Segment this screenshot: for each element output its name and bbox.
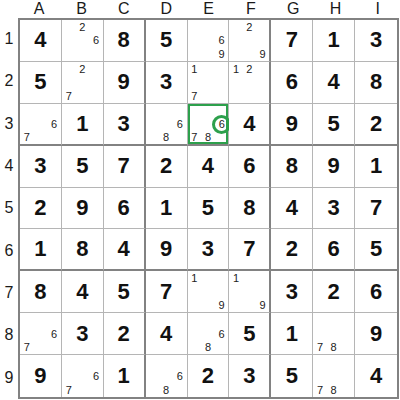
candidate-8: 8	[159, 130, 173, 143]
column-label-I: I	[357, 0, 399, 18]
cell-B1[interactable]: 26	[62, 20, 104, 62]
cell-E4[interactable]: 4	[188, 146, 230, 188]
column-label-C: C	[103, 0, 145, 18]
cell-C2[interactable]: 9	[104, 62, 146, 104]
cell-value-I3: 2	[355, 104, 397, 144]
cell-C7[interactable]: 5	[104, 271, 146, 313]
cell-G5[interactable]: 4	[271, 188, 313, 230]
candidate-6: 6	[47, 117, 61, 130]
cell-D6[interactable]: 9	[146, 229, 188, 271]
cell-value-C2: 9	[104, 62, 144, 103]
column-label-F: F	[230, 0, 272, 18]
candidate-6: 6	[89, 369, 103, 383]
candidate-8: 8	[201, 340, 215, 354]
cell-value-A7: 8	[20, 271, 61, 312]
cell-value-G7: 3	[271, 271, 312, 312]
cell-F6[interactable]: 7	[229, 229, 271, 271]
cell-value-H2: 4	[313, 62, 354, 103]
cell-B7[interactable]: 4	[62, 271, 104, 313]
cell-D4[interactable]: 2	[146, 146, 188, 188]
candidate-2: 2	[243, 20, 256, 34]
cell-F4[interactable]: 6	[229, 146, 271, 188]
cell-H2[interactable]: 4	[313, 62, 355, 104]
cell-D7[interactable]: 7	[146, 271, 188, 313]
cell-A4[interactable]: 3	[20, 146, 62, 188]
cell-I6[interactable]: 5	[355, 229, 397, 271]
cell-value-G2: 6	[271, 62, 312, 103]
cell-D3[interactable]: 68	[146, 104, 188, 146]
cell-I3[interactable]: 2	[355, 104, 397, 146]
cell-C1[interactable]: 8	[104, 20, 146, 62]
cell-value-C3: 3	[104, 104, 144, 144]
row-label-6: 6	[0, 230, 18, 272]
row-label-4: 4	[0, 145, 18, 187]
cell-A5[interactable]: 2	[20, 188, 62, 230]
cell-value-G8: 1	[271, 313, 312, 354]
cell-A3[interactable]: 67	[20, 104, 62, 146]
cell-value-F5: 8	[229, 188, 269, 229]
cell-value-C7: 5	[104, 271, 144, 312]
cell-value-E9: 2	[188, 355, 229, 397]
candidate-1: 1	[229, 62, 242, 76]
column-label-A: A	[18, 0, 60, 18]
cell-value-G5: 4	[271, 188, 312, 229]
cell-D9[interactable]: 68	[146, 355, 188, 397]
cell-value-A5: 2	[20, 188, 61, 229]
cell-value-E4: 4	[188, 146, 229, 187]
cell-value-I9: 4	[355, 355, 397, 397]
cell-D2[interactable]: 3	[146, 62, 188, 104]
candidate-7: 7	[20, 130, 34, 143]
cell-value-C1: 8	[104, 20, 144, 61]
cell-value-G9: 5	[271, 355, 312, 397]
cell-H7[interactable]: 2	[313, 271, 355, 313]
cell-G9[interactable]: 5	[271, 355, 313, 397]
cell-value-D8: 4	[146, 313, 187, 354]
candidate-8: 8	[327, 383, 341, 397]
cell-value-A6: 1	[20, 229, 61, 269]
cell-G8[interactable]: 1	[271, 313, 313, 355]
cell-H8[interactable]: 78	[313, 313, 355, 355]
cell-value-G6: 2	[271, 229, 312, 269]
cell-B4[interactable]: 5	[62, 146, 104, 188]
cell-B6[interactable]: 8	[62, 229, 104, 271]
cell-value-C6: 4	[104, 229, 144, 269]
cell-value-I8: 9	[355, 313, 397, 354]
cell-value-H6: 6	[313, 229, 354, 269]
cell-C3[interactable]: 3	[104, 104, 146, 146]
cell-H5[interactable]: 3	[313, 188, 355, 230]
candidate-7: 7	[313, 340, 327, 354]
cell-G2[interactable]: 6	[271, 62, 313, 104]
candidate-1: 1	[188, 62, 202, 76]
cell-value-D4: 2	[146, 146, 187, 187]
cell-value-F4: 6	[229, 146, 269, 187]
candidate-7: 7	[20, 340, 34, 354]
cell-value-G4: 8	[271, 146, 312, 187]
cell-value-B4: 5	[62, 146, 103, 187]
cell-A8[interactable]: 67	[20, 313, 62, 355]
column-label-B: B	[60, 0, 102, 18]
cell-value-H1: 1	[313, 20, 354, 61]
row-label-9: 9	[0, 357, 18, 399]
cell-F2[interactable]: 12	[229, 62, 271, 104]
sudoku-board: 4268569297135279317126486713686784952357…	[18, 18, 399, 399]
cell-H1[interactable]: 1	[313, 20, 355, 62]
cell-value-F9: 3	[229, 355, 269, 397]
candidate-7: 7	[188, 130, 202, 143]
candidate-6: 6	[215, 34, 229, 48]
cell-I8[interactable]: 9	[355, 313, 397, 355]
cell-H6[interactable]: 6	[313, 229, 355, 271]
cell-value-F8: 5	[229, 313, 269, 354]
cell-I2[interactable]: 8	[355, 62, 397, 104]
cell-G4[interactable]: 8	[271, 146, 313, 188]
cell-I7[interactable]: 6	[355, 271, 397, 313]
candidate-2: 2	[76, 62, 90, 76]
column-label-D: D	[145, 0, 187, 18]
row-label-5: 5	[0, 187, 18, 229]
row-labels: 123456789	[0, 18, 18, 399]
candidate-2: 2	[76, 20, 90, 34]
cell-value-A2: 5	[20, 62, 61, 103]
column-label-G: G	[272, 0, 314, 18]
row-label-8: 8	[0, 314, 18, 356]
cell-value-I2: 8	[355, 62, 397, 103]
cell-E7[interactable]: 19	[188, 271, 230, 313]
cell-value-B5: 9	[62, 188, 103, 229]
cell-value-E5: 5	[188, 188, 229, 229]
cell-value-C9: 1	[104, 355, 144, 397]
cell-A1[interactable]: 4	[20, 20, 62, 62]
cell-G3[interactable]: 9	[271, 104, 313, 146]
cell-I4[interactable]: 1	[355, 146, 397, 188]
candidate-9: 9	[215, 47, 229, 61]
cell-value-D1: 5	[146, 20, 187, 61]
cell-value-C4: 7	[104, 146, 144, 187]
cell-C4[interactable]: 7	[104, 146, 146, 188]
cell-value-B6: 8	[62, 229, 103, 269]
cell-G1[interactable]: 7	[271, 20, 313, 62]
cell-value-A9: 9	[20, 355, 61, 397]
cell-H3[interactable]: 5	[313, 104, 355, 146]
cell-D1[interactable]: 5	[146, 20, 188, 62]
cell-E3[interactable]: 678	[188, 104, 230, 146]
cell-G7[interactable]: 3	[271, 271, 313, 313]
cell-F1[interactable]: 29	[229, 20, 271, 62]
cell-C5[interactable]: 6	[104, 188, 146, 230]
cell-D5[interactable]: 1	[146, 188, 188, 230]
cell-value-C5: 6	[104, 188, 144, 229]
cell-value-G1: 7	[271, 20, 312, 61]
candidate-2: 2	[243, 62, 256, 76]
cell-E9[interactable]: 2	[188, 355, 230, 397]
cell-value-D6: 9	[146, 229, 187, 269]
row-label-2: 2	[0, 60, 18, 102]
column-labels: ABCDEFGHI	[18, 0, 399, 18]
cell-C9[interactable]: 1	[104, 355, 146, 397]
cell-B3[interactable]: 1	[62, 104, 104, 146]
circled-candidate-6: 6	[212, 115, 231, 134]
cell-value-I1: 3	[355, 20, 397, 61]
cell-value-D7: 7	[146, 271, 187, 312]
cell-value-F6: 7	[229, 229, 269, 269]
candidate-7: 7	[188, 89, 202, 103]
cell-F9[interactable]: 3	[229, 355, 271, 397]
cell-B2[interactable]: 27	[62, 62, 104, 104]
row-label-3: 3	[0, 103, 18, 145]
candidate-6: 6	[215, 327, 229, 341]
cell-H4[interactable]: 9	[313, 146, 355, 188]
cell-F3[interactable]: 4	[229, 104, 271, 146]
cell-value-A1: 4	[20, 20, 61, 61]
candidate-7: 7	[313, 383, 327, 397]
cell-E2[interactable]: 17	[188, 62, 230, 104]
cell-value-I7: 6	[355, 271, 397, 312]
cell-A9[interactable]: 9	[20, 355, 62, 397]
cell-value-G3: 9	[271, 104, 312, 144]
candidate-1: 1	[188, 271, 202, 285]
cell-value-D5: 1	[146, 188, 187, 229]
cell-B5[interactable]: 9	[62, 188, 104, 230]
cell-C6[interactable]: 4	[104, 229, 146, 271]
candidate-8: 8	[159, 383, 173, 397]
candidate-8: 8	[327, 340, 341, 354]
cell-value-B3: 1	[62, 104, 103, 144]
cell-I9[interactable]: 4	[355, 355, 397, 397]
sudoku-app: ABCDEFGHI 123456789 42685692971352793171…	[0, 0, 400, 400]
cell-E5[interactable]: 5	[188, 188, 230, 230]
cell-E6[interactable]: 3	[188, 229, 230, 271]
cell-A6[interactable]: 1	[20, 229, 62, 271]
candidate-1: 1	[229, 271, 242, 285]
candidate-6: 6	[47, 327, 61, 341]
cell-value-A4: 3	[20, 146, 61, 187]
cell-A7[interactable]: 8	[20, 271, 62, 313]
candidate-7: 7	[62, 383, 76, 397]
cell-H9[interactable]: 78	[313, 355, 355, 397]
candidate-7: 7	[62, 89, 76, 103]
cell-D8[interactable]: 4	[146, 313, 188, 355]
candidate-6: 6	[173, 369, 187, 383]
cell-I5[interactable]: 7	[355, 188, 397, 230]
cell-value-H3: 5	[313, 104, 354, 144]
candidate-9: 9	[256, 47, 269, 61]
cell-C8[interactable]: 2	[104, 313, 146, 355]
candidate-9: 9	[215, 299, 229, 313]
candidate-8: 8	[201, 130, 215, 143]
cell-value-B8: 3	[62, 313, 103, 354]
cell-F7[interactable]: 19	[229, 271, 271, 313]
cell-value-H5: 3	[313, 188, 354, 229]
cell-E1[interactable]: 69	[188, 20, 230, 62]
cell-B8[interactable]: 3	[62, 313, 104, 355]
cell-A2[interactable]: 5	[20, 62, 62, 104]
cell-value-H4: 9	[313, 146, 354, 187]
cell-value-F3: 4	[229, 104, 269, 144]
row-label-7: 7	[0, 272, 18, 314]
cell-value-E6: 3	[188, 229, 229, 269]
cell-B9[interactable]: 67	[62, 355, 104, 397]
candidate-9: 9	[256, 299, 269, 313]
cell-value-I6: 5	[355, 229, 397, 269]
row-label-1: 1	[0, 18, 18, 60]
cell-value-C8: 2	[104, 313, 144, 354]
candidate-6: 6	[173, 117, 187, 130]
cell-E8[interactable]: 68	[188, 313, 230, 355]
cell-G6[interactable]: 2	[271, 229, 313, 271]
column-label-E: E	[187, 0, 229, 18]
candidate-6: 6	[89, 34, 103, 48]
cell-F5[interactable]: 8	[229, 188, 271, 230]
cell-value-D2: 3	[146, 62, 187, 103]
column-label-H: H	[314, 0, 356, 18]
cell-value-H7: 2	[313, 271, 354, 312]
cell-value-B7: 4	[62, 271, 103, 312]
cell-F8[interactable]: 5	[229, 313, 271, 355]
cell-value-I4: 1	[355, 146, 397, 187]
cell-value-I5: 7	[355, 188, 397, 229]
cell-I1[interactable]: 3	[355, 20, 397, 62]
